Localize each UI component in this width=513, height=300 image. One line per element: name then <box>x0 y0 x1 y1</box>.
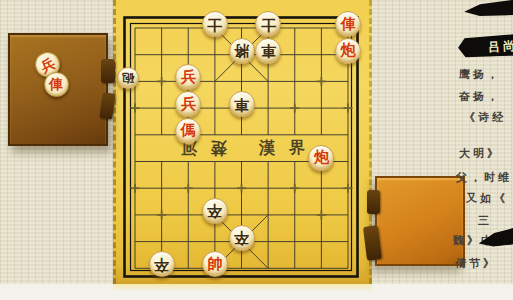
board-panel-shadow <box>113 283 372 292</box>
info-text-line-9: 倩节》 <box>455 256 497 271</box>
piece-glyph: 卒 <box>154 257 169 272</box>
piece-red-general[interactable]: 帥 <box>202 251 228 277</box>
piece-glyph: 車 <box>234 97 249 112</box>
piece-red-horse[interactable]: 傌 <box>175 118 201 144</box>
piece-glyph: 卒 <box>207 203 222 218</box>
piece-glyph: 士 <box>207 17 222 32</box>
tray-hinge <box>363 225 382 261</box>
piece-black-advisor[interactable]: 士 <box>255 11 281 37</box>
piece-glyph: 車 <box>261 43 276 58</box>
piece-glyph: 兵 <box>181 70 196 85</box>
piece-red-cannon[interactable]: 炮 <box>308 145 334 171</box>
piece-glyph: 士 <box>261 17 276 32</box>
piece-glyph: 俥 <box>49 77 63 91</box>
info-text-line-1: 鹰扬， <box>459 67 501 82</box>
piece-glyph: 傌 <box>181 123 196 138</box>
piece-glyph: 卒 <box>234 230 249 245</box>
piece-black-pawn[interactable]: 卒 <box>229 225 255 251</box>
info-banner: 吕尚 <box>457 33 513 59</box>
tray-hinge <box>367 190 380 214</box>
info-text-line-3: 《诗经 <box>464 110 506 125</box>
piece-black-chariot[interactable]: 車 <box>229 91 255 117</box>
info-text-line-7: 三 <box>478 213 492 228</box>
piece-black-pawn[interactable]: 卒 <box>149 251 175 277</box>
piece-glyph: 兵 <box>181 97 196 112</box>
tray-hinge <box>101 59 115 83</box>
captured-tray-right <box>375 176 465 266</box>
piece-black-pawn[interactable]: 卒 <box>202 198 228 224</box>
piece-glyph: 帥 <box>207 257 222 272</box>
piece-glyph: 炮 <box>341 43 356 58</box>
piece-red-chariot[interactable]: 俥 <box>335 11 361 37</box>
info-text-line-5: 父，时维 <box>456 170 512 185</box>
info-text-line-4: 大明》 <box>459 146 501 161</box>
captured-piece-red-chariot: 俥 <box>44 72 69 97</box>
xiangqi-game-screen: 楚河 漢界 士士俥將車炮砲兵兵車傌炮卒卒卒帥 兵俥 吕尚 鹰扬，奋扬，《诗经大明… <box>0 0 513 300</box>
piece-black-chariot[interactable]: 車 <box>255 38 281 64</box>
river-label-chu-he: 楚河 <box>167 138 227 158</box>
piece-black-advisor[interactable]: 士 <box>202 11 228 37</box>
piece-red-cannon[interactable]: 炮 <box>335 38 361 64</box>
info-text-line-6: 又如《 <box>466 191 508 206</box>
info-text-line-2: 奋扬， <box>459 89 501 104</box>
piece-glyph: 將 <box>234 43 249 58</box>
info-banner-title: 吕尚 <box>488 38 513 57</box>
piece-glyph: 炮 <box>314 150 329 165</box>
piece-glyph: 兵 <box>38 55 57 74</box>
piece-glyph: 俥 <box>341 17 356 32</box>
piece-glyph: 砲 <box>122 72 134 84</box>
ink-stroke-top <box>464 0 513 19</box>
piece-black-general[interactable]: 將 <box>229 38 255 64</box>
